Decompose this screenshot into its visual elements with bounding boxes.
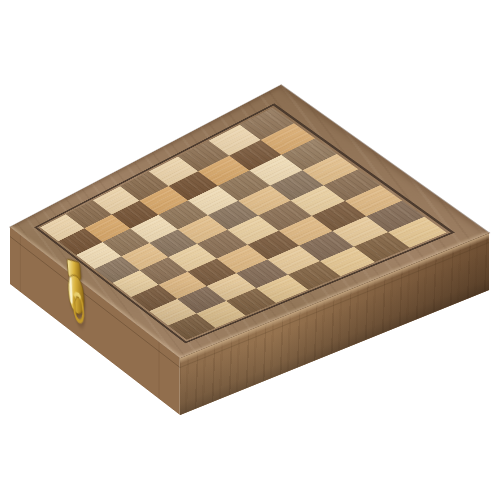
chess-box-product-photo [0, 0, 500, 500]
brass-clasp [56, 256, 95, 328]
